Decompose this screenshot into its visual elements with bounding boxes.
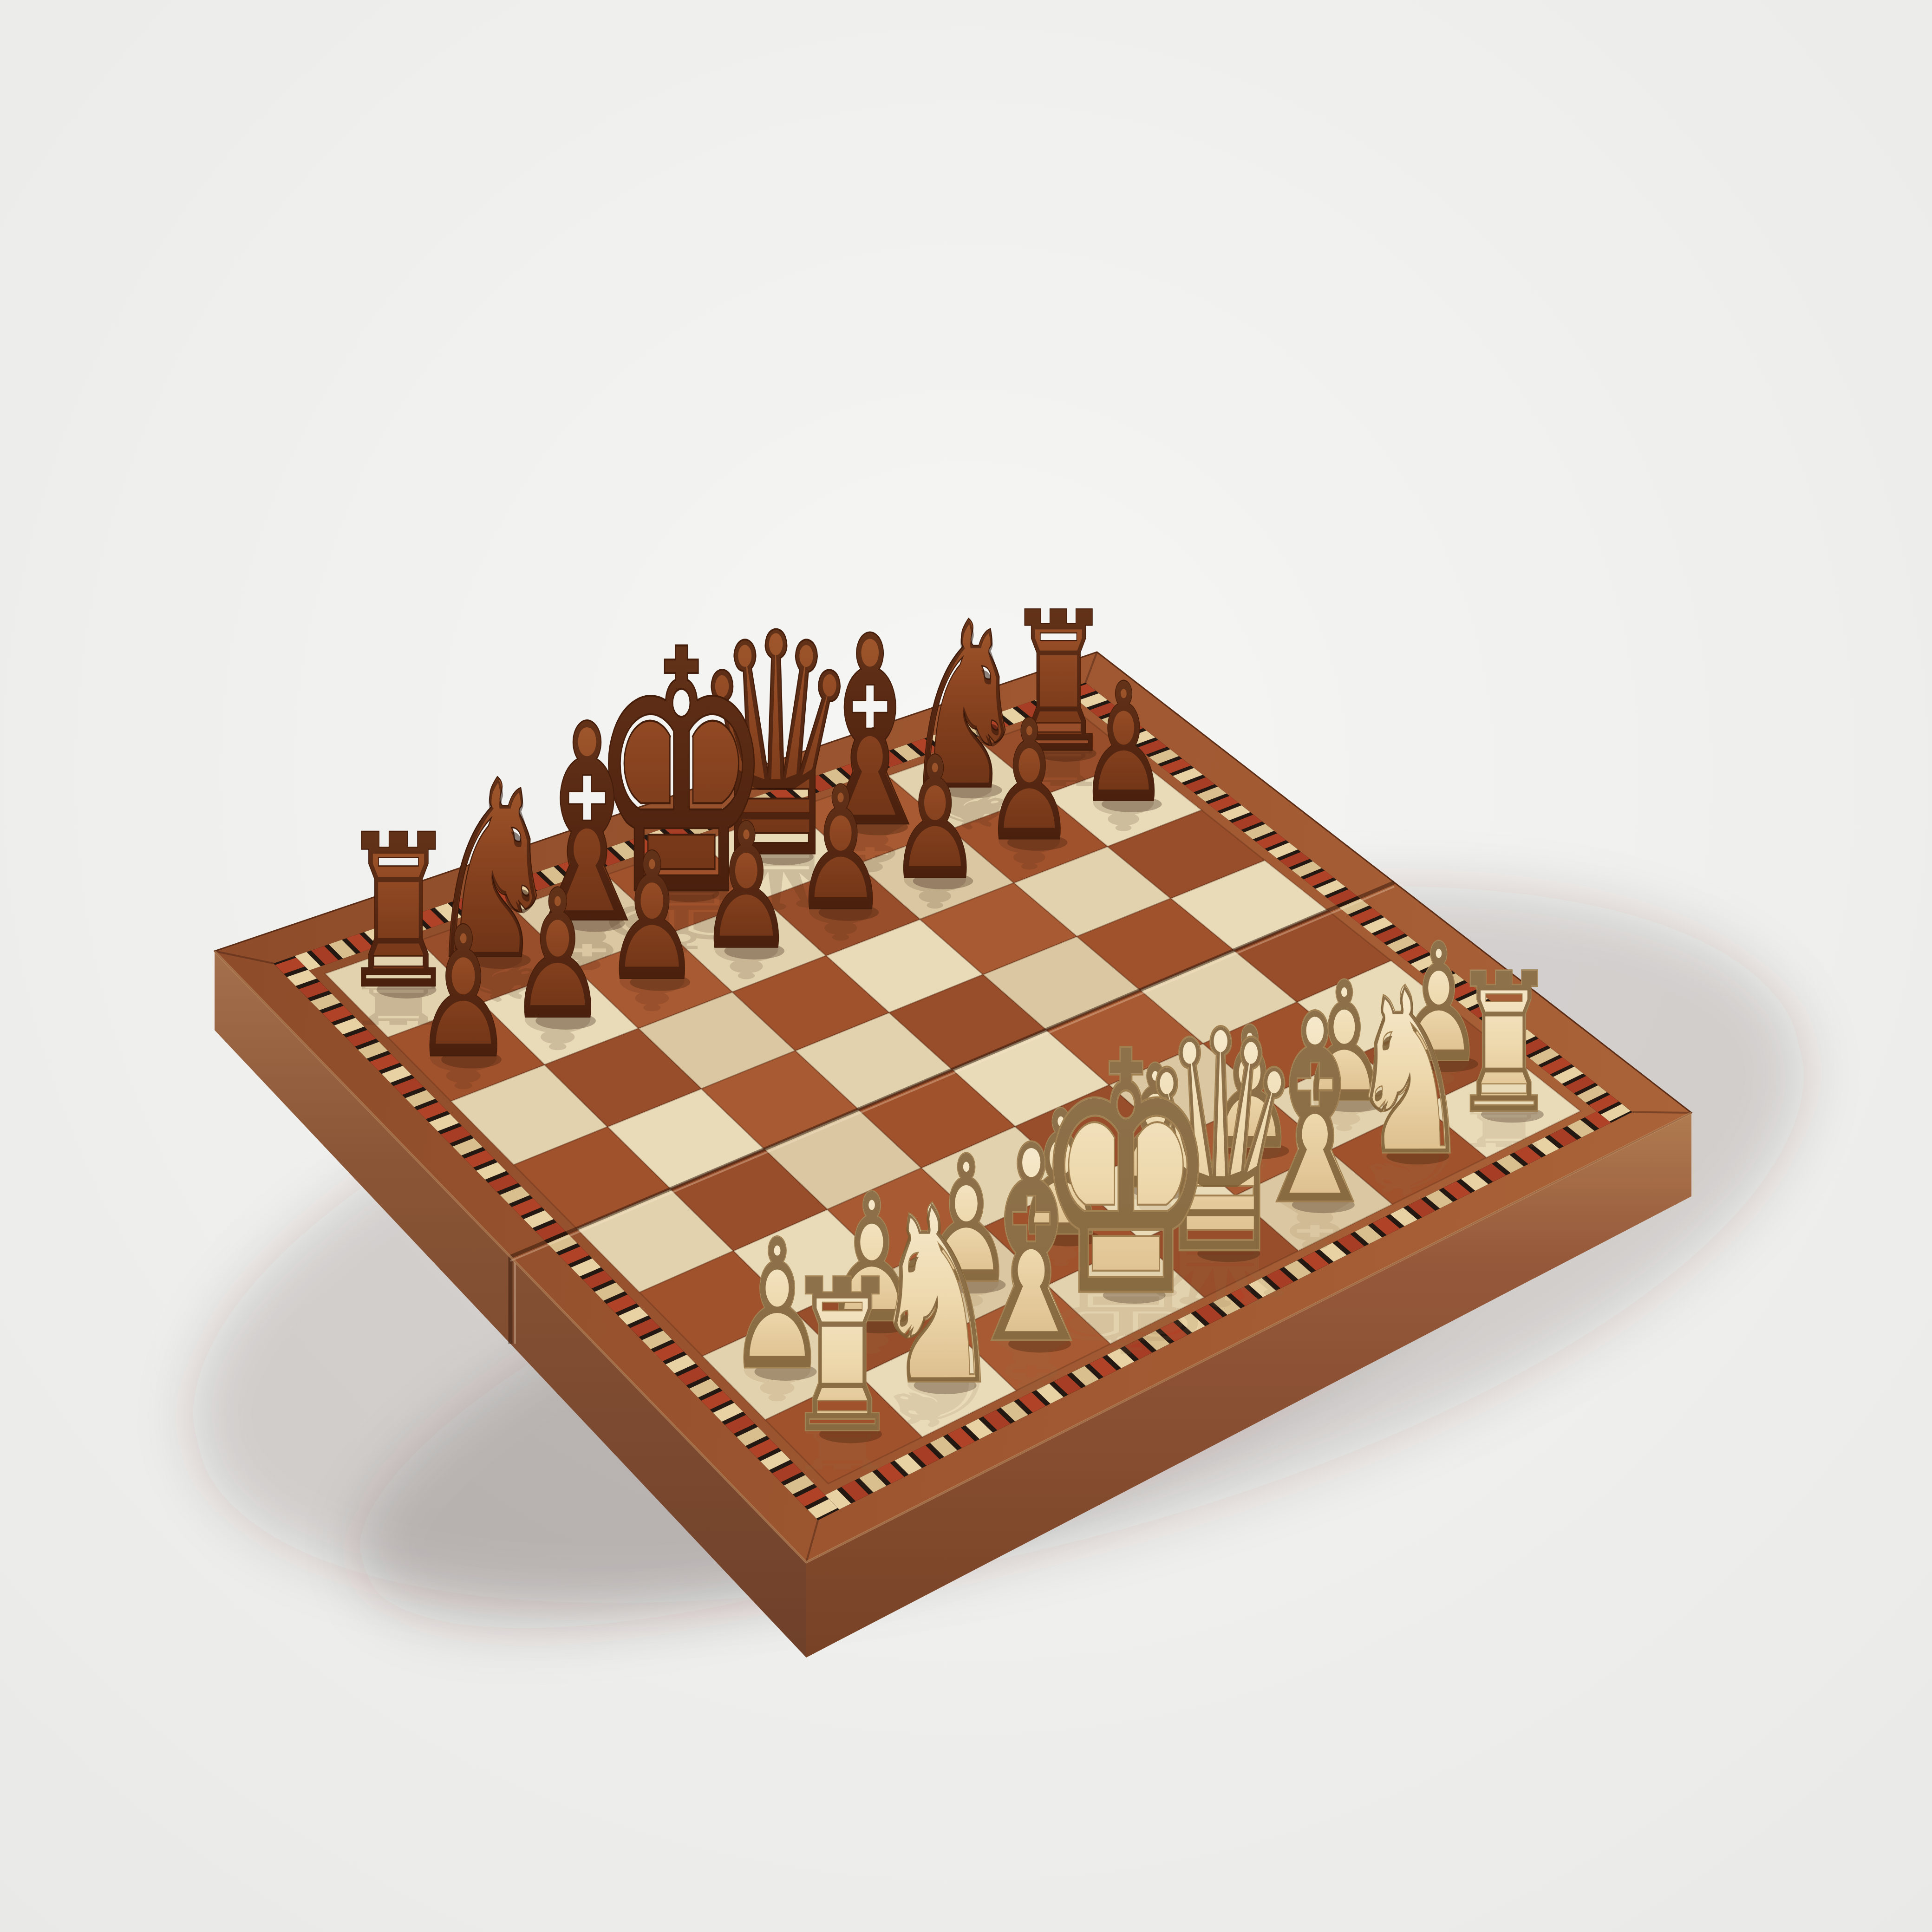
frame-miter-2 <box>1632 1112 1691 1113</box>
piece-black-pawn[interactable]: ♟♙ <box>603 816 700 1019</box>
piece-black-pawn[interactable]: ♟♙ <box>888 721 982 917</box>
piece-black-pawn[interactable]: ♟♙ <box>509 852 607 1058</box>
pawn-detail: ♙ <box>413 889 513 1098</box>
product-photo-stage: ♜♞♟♝♟♛♟♚♟♝♟♞♟♜♟♟♟♟♜♟♞♟♝♟♛♟♚♟♝♟♞♜♜♖♞♘♟♙♝♗… <box>0 0 1932 1932</box>
piece-black-pawn[interactable]: ♟♙ <box>1078 648 1169 839</box>
pawn-detail: ♙ <box>793 750 888 948</box>
piece-black-pawn[interactable]: ♟♙ <box>793 750 888 948</box>
chessboard-scene: ♜♞♟♝♟♛♟♚♟♝♟♞♟♜♟♟♟♟♜♟♞♟♝♟♛♟♚♟♝♟♞♜♜♖♞♘♟♙♝♗… <box>0 0 1932 1932</box>
pawn-detail: ♙ <box>603 816 700 1019</box>
pawn-detail: ♙ <box>509 852 607 1058</box>
piece-black-pawn[interactable]: ♟♙ <box>698 786 794 987</box>
piece-black-pawn[interactable]: ♟♙ <box>413 889 513 1098</box>
pawn-detail: ♙ <box>983 685 1075 878</box>
rook-detail: ♖ <box>784 1235 901 1479</box>
pawn-detail: ♙ <box>1078 648 1169 839</box>
piece-white-rook[interactable]: ♜♖ <box>784 1235 901 1479</box>
pawn-detail: ♙ <box>888 721 982 917</box>
piece-black-pawn[interactable]: ♟♙ <box>983 685 1075 878</box>
pawn-detail: ♙ <box>698 786 794 987</box>
